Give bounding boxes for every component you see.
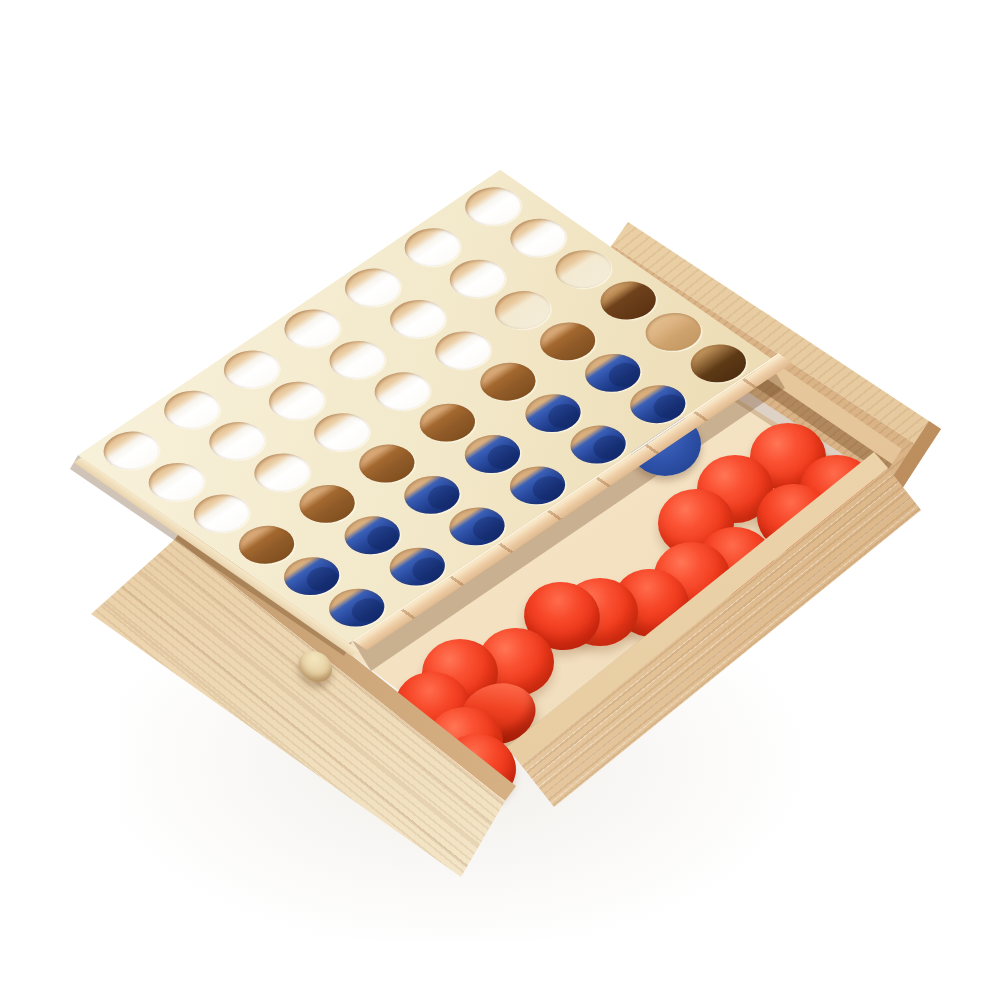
scene: Wooden Connect Four (four-in-a-row) trav… bbox=[0, 0, 1001, 1001]
